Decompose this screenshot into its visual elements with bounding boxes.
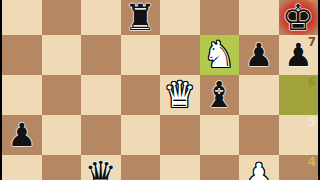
chess-board: ♜♚♞♟♟♛♝♟♛♟87654 (2, 0, 318, 180)
piece-black-bishop[interactable]: ♝ (203, 77, 235, 113)
square-a8[interactable] (2, 0, 42, 35)
square-c5[interactable] (81, 115, 121, 155)
square-g5[interactable] (239, 115, 279, 155)
square-a4[interactable] (2, 155, 42, 180)
rank-label-5: 5 (304, 116, 316, 128)
square-e4[interactable] (160, 155, 200, 180)
piece-white-pawn[interactable]: ♟ (244, 159, 273, 180)
square-f4[interactable] (200, 155, 240, 180)
square-d8[interactable]: ♜ (121, 0, 161, 35)
square-f5[interactable] (200, 115, 240, 155)
piece-black-rook[interactable]: ♜ (124, 0, 156, 36)
piece-white-knight[interactable]: ♞ (203, 37, 235, 73)
piece-black-pawn[interactable]: ♟ (244, 39, 273, 71)
square-b5[interactable] (42, 115, 82, 155)
square-c7[interactable] (81, 35, 121, 75)
square-c4[interactable]: ♛ (81, 155, 121, 180)
video-frame: ♜♚♞♟♟♛♝♟♛♟87654 (0, 0, 320, 180)
square-g6[interactable] (239, 75, 279, 115)
square-b4[interactable] (42, 155, 82, 180)
square-f6[interactable]: ♝ (200, 75, 240, 115)
square-g4[interactable]: ♟ (239, 155, 279, 180)
rank-label-8: 8 (304, 0, 316, 4)
square-c6[interactable] (81, 75, 121, 115)
rank-label-7: 7 (304, 36, 316, 48)
piece-black-queen[interactable]: ♛ (85, 157, 117, 180)
square-d5[interactable] (121, 115, 161, 155)
rank-label-4: 4 (304, 156, 316, 168)
square-d6[interactable] (121, 75, 161, 115)
piece-white-queen[interactable]: ♛ (164, 77, 196, 113)
square-h8[interactable]: ♚ (279, 0, 319, 35)
square-b6[interactable] (42, 75, 82, 115)
square-a5[interactable]: ♟ (2, 115, 42, 155)
square-e6[interactable]: ♛ (160, 75, 200, 115)
square-b8[interactable] (42, 0, 82, 35)
square-e5[interactable] (160, 115, 200, 155)
square-d4[interactable] (121, 155, 161, 180)
square-c8[interactable] (81, 0, 121, 35)
piece-black-pawn[interactable]: ♟ (7, 119, 36, 151)
square-b7[interactable] (42, 35, 82, 75)
square-e8[interactable] (160, 0, 200, 35)
piece-black-king[interactable]: ♚ (282, 0, 314, 36)
square-g8[interactable] (239, 0, 279, 35)
square-f8[interactable] (200, 0, 240, 35)
square-d7[interactable] (121, 35, 161, 75)
square-e7[interactable] (160, 35, 200, 75)
square-g7[interactable]: ♟ (239, 35, 279, 75)
rank-label-6: 6 (304, 76, 316, 88)
square-f7[interactable]: ♞ (200, 35, 240, 75)
square-a6[interactable] (2, 75, 42, 115)
square-a7[interactable] (2, 35, 42, 75)
